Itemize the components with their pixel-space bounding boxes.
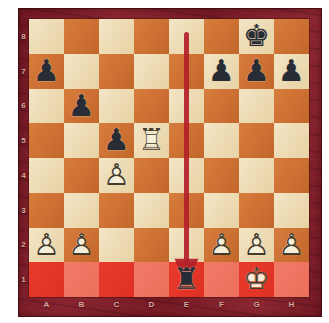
white-pawn-piece[interactable]: ♟♙ (274, 228, 309, 263)
square-g7[interactable]: ♟ (239, 54, 274, 89)
rank-label-5: 5 (18, 123, 29, 158)
file-label-h: H (274, 297, 309, 312)
piece-outline: ♙ (99, 158, 134, 193)
chess-board: ♚♟♟♟♟♟♟♜♖♟♙♟♙♟♙♟♙♟♙♟♙♜♚♔ (29, 19, 309, 297)
piece-outline: ♖ (134, 123, 169, 158)
black-king-piece[interactable]: ♚ (239, 19, 274, 54)
square-d5[interactable]: ♜♖ (134, 123, 169, 158)
square-d8[interactable] (134, 19, 169, 54)
square-g4[interactable] (239, 158, 274, 193)
square-b2[interactable]: ♟♙ (64, 228, 99, 263)
rank-label-4: 4 (18, 158, 29, 193)
black-pawn-piece[interactable]: ♟ (274, 54, 309, 89)
piece-outline: ♙ (239, 228, 274, 263)
square-d2[interactable] (134, 228, 169, 263)
square-e1[interactable]: ♜ (169, 262, 204, 297)
square-d3[interactable] (134, 193, 169, 228)
file-label-g: G (239, 297, 274, 312)
file-label-b: B (64, 297, 99, 312)
black-pawn-piece[interactable]: ♟ (239, 54, 274, 89)
black-pawn-piece[interactable]: ♟ (204, 54, 239, 89)
piece-outline: ♙ (204, 228, 239, 263)
square-a1[interactable] (29, 262, 64, 297)
square-c7[interactable] (99, 54, 134, 89)
square-b6[interactable]: ♟ (64, 89, 99, 124)
piece-fill: ♟ (99, 123, 134, 158)
rank-label-3: 3 (18, 193, 29, 228)
square-h6[interactable] (274, 89, 309, 124)
file-label-d: D (134, 297, 169, 312)
square-h7[interactable]: ♟ (274, 54, 309, 89)
piece-fill: ♚ (239, 19, 274, 54)
square-a2[interactable]: ♟♙ (29, 228, 64, 263)
white-pawn-piece[interactable]: ♟♙ (99, 158, 134, 193)
file-label-a: A (29, 297, 64, 312)
white-rook-piece[interactable]: ♜♖ (134, 123, 169, 158)
square-a4[interactable] (29, 158, 64, 193)
piece-fill: ♜ (169, 262, 204, 297)
rank-label-2: 2 (18, 228, 29, 263)
square-f2[interactable]: ♟♙ (204, 228, 239, 263)
black-pawn-piece[interactable]: ♟ (29, 54, 64, 89)
square-b1[interactable] (64, 262, 99, 297)
square-c2[interactable] (99, 228, 134, 263)
square-a6[interactable] (29, 89, 64, 124)
rank-label-7: 7 (18, 54, 29, 89)
white-pawn-piece[interactable]: ♟♙ (204, 228, 239, 263)
square-b8[interactable] (64, 19, 99, 54)
square-f5[interactable] (204, 123, 239, 158)
square-e7[interactable] (169, 54, 204, 89)
square-d4[interactable] (134, 158, 169, 193)
square-g3[interactable] (239, 193, 274, 228)
square-h2[interactable]: ♟♙ (274, 228, 309, 263)
square-e3[interactable] (169, 193, 204, 228)
square-c3[interactable] (99, 193, 134, 228)
square-g1[interactable]: ♚♔ (239, 262, 274, 297)
square-e8[interactable] (169, 19, 204, 54)
square-d7[interactable] (134, 54, 169, 89)
square-f7[interactable]: ♟ (204, 54, 239, 89)
square-h5[interactable] (274, 123, 309, 158)
white-pawn-piece[interactable]: ♟♙ (239, 228, 274, 263)
rank-label-6: 6 (18, 89, 29, 124)
square-g5[interactable] (239, 123, 274, 158)
piece-fill: ♟ (204, 54, 239, 89)
square-b7[interactable] (64, 54, 99, 89)
square-f4[interactable] (204, 158, 239, 193)
piece-outline: ♙ (64, 228, 99, 263)
file-label-f: F (204, 297, 239, 312)
square-b4[interactable] (64, 158, 99, 193)
chess-diagram: 87654321 ABCDEFGH ♚♟♟♟♟♟♟♜♖♟♙♟♙♟♙♟♙♟♙♟♙♜… (0, 0, 329, 323)
piece-outline: ♔ (239, 262, 274, 297)
black-pawn-piece[interactable]: ♟ (64, 89, 99, 124)
white-pawn-piece[interactable]: ♟♙ (29, 228, 64, 263)
rank-labels: 87654321 (18, 19, 29, 297)
square-b5[interactable] (64, 123, 99, 158)
square-g6[interactable] (239, 89, 274, 124)
square-h1[interactable] (274, 262, 309, 297)
file-label-e: E (169, 297, 204, 312)
square-h4[interactable] (274, 158, 309, 193)
white-king-piece[interactable]: ♚♔ (239, 262, 274, 297)
square-f1[interactable] (204, 262, 239, 297)
square-d1[interactable] (134, 262, 169, 297)
square-a3[interactable] (29, 193, 64, 228)
square-e4[interactable] (169, 158, 204, 193)
rank-label-8: 8 (18, 19, 29, 54)
black-pawn-piece[interactable]: ♟ (99, 123, 134, 158)
piece-fill: ♟ (64, 89, 99, 124)
square-c5[interactable]: ♟ (99, 123, 134, 158)
white-pawn-piece[interactable]: ♟♙ (64, 228, 99, 263)
square-a5[interactable] (29, 123, 64, 158)
rank-label-1: 1 (18, 262, 29, 297)
square-f6[interactable] (204, 89, 239, 124)
file-label-c: C (99, 297, 134, 312)
square-d6[interactable] (134, 89, 169, 124)
square-h3[interactable] (274, 193, 309, 228)
square-a8[interactable] (29, 19, 64, 54)
square-g2[interactable]: ♟♙ (239, 228, 274, 263)
piece-fill: ♟ (239, 54, 274, 89)
file-labels: ABCDEFGH (29, 297, 309, 312)
square-f3[interactable] (204, 193, 239, 228)
square-e6[interactable] (169, 89, 204, 124)
square-g8[interactable]: ♚ (239, 19, 274, 54)
piece-fill: ♟ (29, 54, 64, 89)
black-rook-piece[interactable]: ♜ (169, 262, 204, 297)
square-c4[interactable]: ♟♙ (99, 158, 134, 193)
square-e2[interactable] (169, 228, 204, 263)
piece-outline: ♙ (29, 228, 64, 263)
piece-fill: ♟ (274, 54, 309, 89)
square-c1[interactable] (99, 262, 134, 297)
square-f8[interactable] (204, 19, 239, 54)
square-c8[interactable] (99, 19, 134, 54)
square-h8[interactable] (274, 19, 309, 54)
square-a7[interactable]: ♟ (29, 54, 64, 89)
square-e5[interactable] (169, 123, 204, 158)
square-c6[interactable] (99, 89, 134, 124)
square-b3[interactable] (64, 193, 99, 228)
piece-outline: ♙ (274, 228, 309, 263)
